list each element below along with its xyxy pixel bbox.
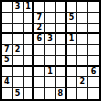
sudoku-board: 31752631725164258 [0,0,101,101]
cell-r6c4[interactable] [34,56,45,67]
cell-r9c2[interactable]: 5 [13,88,24,99]
cell-r2c9[interactable] [88,13,99,24]
cell-r5c7[interactable] [67,45,78,56]
cell-r4c5[interactable]: 3 [45,34,56,45]
cell-r4c4[interactable]: 6 [34,34,45,45]
cell-r1c3[interactable]: 1 [24,2,35,13]
cell-r9c8[interactable] [77,88,88,99]
cell-r6c7[interactable] [67,56,78,67]
cell-r7c4[interactable] [34,67,45,78]
cell-r7c2[interactable] [13,67,24,78]
cell-r6c5[interactable] [45,56,56,67]
cell-r1c2[interactable]: 3 [13,2,24,13]
cell-r7c7[interactable] [67,67,78,78]
cell-r5c6[interactable] [56,45,67,56]
cell-r2c2[interactable] [13,13,24,24]
cell-r7c6[interactable] [56,67,67,78]
cell-r5c9[interactable] [88,45,99,56]
cell-r9c1[interactable] [2,88,13,99]
cell-r3c9[interactable] [88,24,99,35]
cell-r4c3[interactable] [24,34,35,45]
cell-r3c7[interactable] [67,24,78,35]
cell-r3c1[interactable] [2,24,13,35]
cell-r3c2[interactable] [13,24,24,35]
cell-r1c6[interactable] [56,2,67,13]
cell-r1c5[interactable] [45,2,56,13]
cell-r1c9[interactable] [88,2,99,13]
cell-r9c6[interactable]: 8 [56,88,67,99]
cell-r8c6[interactable] [56,77,67,88]
cell-r8c7[interactable] [67,77,78,88]
cell-r6c6[interactable] [56,56,67,67]
cell-r8c5[interactable] [45,77,56,88]
cell-r4c1[interactable] [2,34,13,45]
cell-r4c8[interactable] [77,34,88,45]
cell-r4c9[interactable] [88,34,99,45]
cell-r9c9[interactable] [88,88,99,99]
cell-r6c9[interactable] [88,56,99,67]
cell-r8c4[interactable] [34,77,45,88]
cell-r6c8[interactable] [77,56,88,67]
cell-r8c2[interactable] [13,77,24,88]
cell-r9c5[interactable] [45,88,56,99]
cell-r9c7[interactable] [67,88,78,99]
cell-r1c8[interactable] [77,2,88,13]
cell-r4c6[interactable] [56,34,67,45]
cell-r9c3[interactable] [24,88,35,99]
cell-r8c9[interactable] [88,77,99,88]
cell-r5c1[interactable]: 7 [2,45,13,56]
cell-r2c4[interactable]: 7 [34,13,45,24]
cell-r3c8[interactable] [77,24,88,35]
cell-r5c4[interactable] [34,45,45,56]
cell-r2c5[interactable] [45,13,56,24]
cell-r2c3[interactable] [24,13,35,24]
cell-r7c8[interactable] [77,67,88,78]
cell-r5c8[interactable] [77,45,88,56]
cell-r2c8[interactable] [77,13,88,24]
cell-r7c9[interactable]: 6 [88,67,99,78]
cell-r3c6[interactable] [56,24,67,35]
cell-r3c3[interactable] [24,24,35,35]
cell-r4c2[interactable] [13,34,24,45]
cell-r8c8[interactable]: 2 [77,77,88,88]
cell-r5c5[interactable] [45,45,56,56]
cell-r6c3[interactable] [24,56,35,67]
cell-r7c5[interactable]: 1 [45,67,56,78]
cell-r1c7[interactable] [67,2,78,13]
cell-r2c1[interactable] [2,13,13,24]
cell-r6c1[interactable]: 5 [2,56,13,67]
cell-r2c6[interactable] [56,13,67,24]
cell-r1c4[interactable] [34,2,45,13]
cell-r2c7[interactable]: 5 [67,13,78,24]
cell-r6c2[interactable] [13,56,24,67]
cell-r3c4[interactable]: 2 [34,24,45,35]
cell-r5c2[interactable]: 2 [13,45,24,56]
cell-r7c1[interactable] [2,67,13,78]
cell-r5c3[interactable] [24,45,35,56]
cell-r1c1[interactable] [2,2,13,13]
cell-r8c1[interactable]: 4 [2,77,13,88]
cell-r3c5[interactable] [45,24,56,35]
cell-r7c3[interactable] [24,67,35,78]
cell-r9c4[interactable] [34,88,45,99]
cell-r8c3[interactable] [24,77,35,88]
cell-r4c7[interactable]: 1 [67,34,78,45]
